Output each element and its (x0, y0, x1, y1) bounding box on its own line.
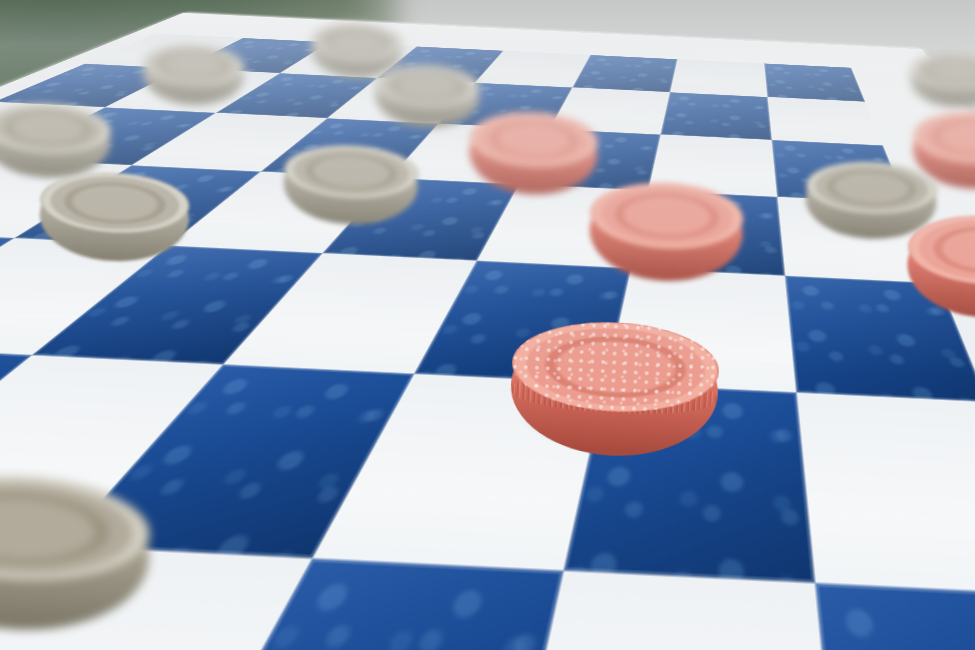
pieces-layer (0, 0, 975, 650)
checkers-photo-scene (0, 0, 975, 650)
camera-view (0, 0, 975, 650)
